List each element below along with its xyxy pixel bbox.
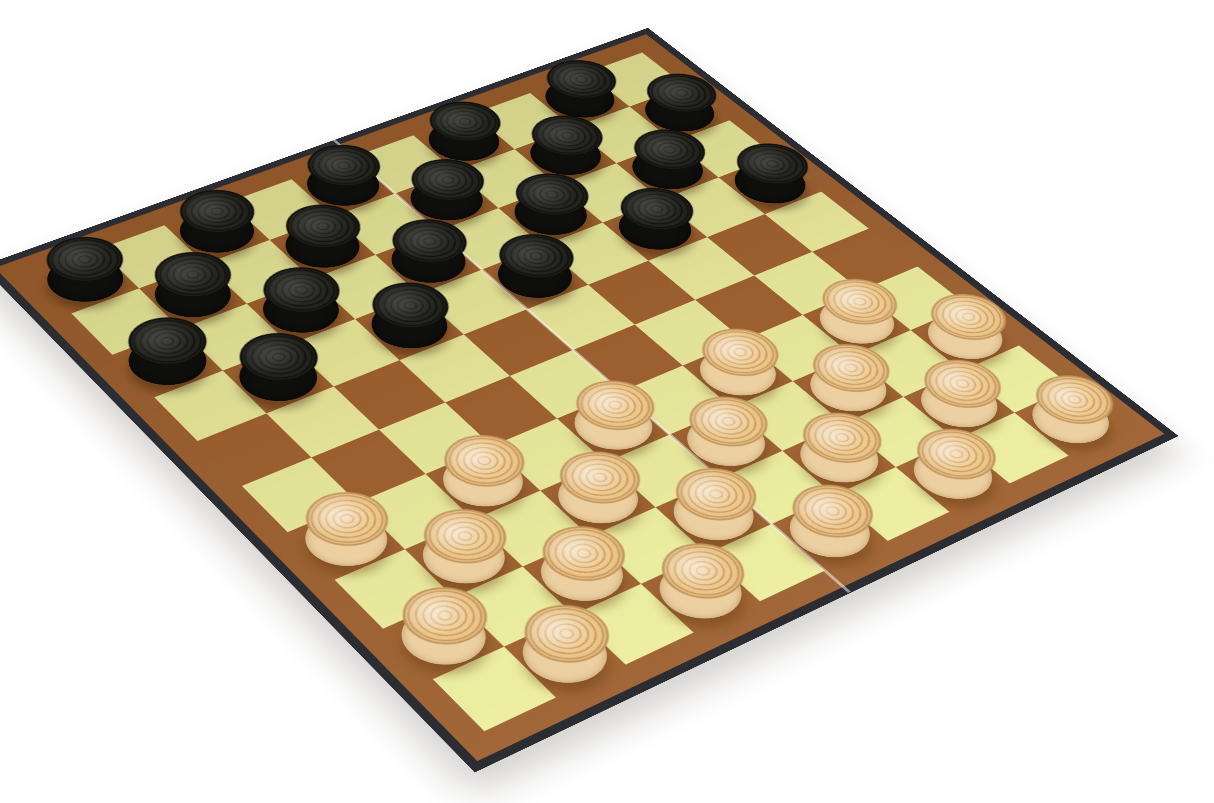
piece-top-face: [408, 499, 523, 574]
piece-top-face: [633, 67, 730, 121]
piece-top-face: [526, 516, 641, 592]
piece-top-face: [645, 533, 761, 609]
piece-top-face: [533, 53, 630, 106]
photo-stage: [0, 0, 1214, 803]
wood-piece-r9-c9[interactable]: [905, 370, 1013, 437]
piece-top-face: [807, 271, 912, 334]
piece-top-face: [114, 309, 222, 375]
black-piece-r2-c4[interactable]: [271, 216, 373, 276]
piece-top-face: [141, 244, 246, 307]
wood-piece-r8-c10[interactable]: [913, 305, 1018, 368]
black-piece-r4-c4[interactable]: [357, 293, 462, 357]
piece-top-face: [502, 166, 603, 224]
wood-piece-r10-c4[interactable]: [643, 553, 758, 629]
piece-top-face: [508, 594, 626, 674]
wood-piece-r9-c5[interactable]: [658, 478, 770, 551]
piece-top-face: [620, 122, 719, 178]
piece-top-face: [660, 458, 773, 530]
piece-top-face: [386, 577, 504, 656]
black-piece-r4-c8[interactable]: [604, 199, 705, 258]
wood-piece-r7-c7[interactable]: [685, 339, 792, 405]
piece-top-face: [378, 211, 481, 272]
wood-piece-r7-c9[interactable]: [805, 290, 910, 353]
black-piece-r4-c6[interactable]: [483, 245, 586, 306]
piece-top-face: [1020, 366, 1129, 433]
piece-top-face: [797, 335, 905, 401]
piece-top-face: [225, 324, 333, 391]
black-piece-r3-c5[interactable]: [377, 230, 480, 291]
black-piece-r2-c6[interactable]: [396, 170, 497, 228]
black-piece-r2-c8[interactable]: [516, 127, 615, 183]
black-piece-r3-c7[interactable]: [500, 184, 601, 243]
piece-top-face: [249, 259, 354, 322]
wood-piece-r9-c7[interactable]: [784, 423, 894, 492]
piece-top-face: [674, 387, 784, 456]
wood-piece-r8-c4[interactable]: [542, 461, 654, 533]
black-piece-r4-c10[interactable]: [720, 155, 819, 212]
piece-top-face: [687, 320, 794, 385]
wood-piece-r8-c2[interactable]: [407, 519, 521, 594]
piece-top-face: [272, 197, 375, 257]
wood-piece-r7-c3[interactable]: [427, 445, 538, 516]
wood-piece-r9-c3[interactable]: [525, 536, 640, 612]
piece-top-face: [909, 351, 1017, 417]
piece-top-face: [358, 274, 464, 338]
piece-top-face: [429, 425, 541, 496]
piece-top-face: [606, 180, 708, 239]
piece-top-face: [561, 371, 670, 439]
piece-top-face: [787, 403, 897, 472]
wood-piece-r7-c5[interactable]: [559, 391, 668, 459]
wood-piece-r8-c6[interactable]: [671, 407, 780, 476]
piece-top-face: [397, 151, 498, 209]
wood-piece-r8-c8[interactable]: [795, 355, 902, 421]
piece-top-face: [290, 482, 404, 556]
black-piece-r2-c2[interactable]: [141, 263, 245, 326]
black-piece-r3-c3[interactable]: [249, 278, 354, 341]
draughts-board: [0, 28, 1179, 773]
piece-top-face: [776, 475, 889, 548]
